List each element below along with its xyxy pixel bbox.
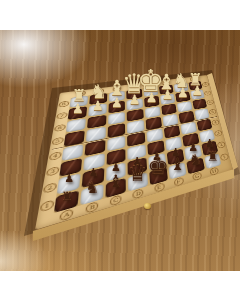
coordinate-label: G <box>176 78 184 83</box>
coordinate-label: 4 <box>49 151 62 161</box>
coordinate-label: 1 <box>220 153 229 161</box>
coordinate-label: 5 <box>51 137 64 146</box>
coordinate-label: 8 <box>202 82 210 87</box>
coordinate-label: 8 <box>58 101 69 108</box>
coordinate-label: 7 <box>56 112 68 120</box>
coordinate-label: 3 <box>214 130 223 137</box>
coordinate-label: 2 <box>217 141 226 149</box>
coordinate-label: 2 <box>43 182 57 194</box>
coordinate-label: 6 <box>54 124 66 132</box>
coordinate-label: 5 <box>209 109 217 115</box>
coordinate-label: H <box>189 77 197 82</box>
coordinate-label: 7 <box>204 90 212 95</box>
brass-clasp-icon <box>144 203 151 209</box>
coordinate-label: 4 <box>211 119 220 126</box>
coordinate-label: 6 <box>206 99 214 105</box>
coordinate-label: 3 <box>46 166 60 177</box>
coordinate-label: 1 <box>40 199 55 212</box>
product-photo: 87654321 87654321 ABCDEFGH ABCDEFGH ♜♞♝♛… <box>0 30 240 271</box>
